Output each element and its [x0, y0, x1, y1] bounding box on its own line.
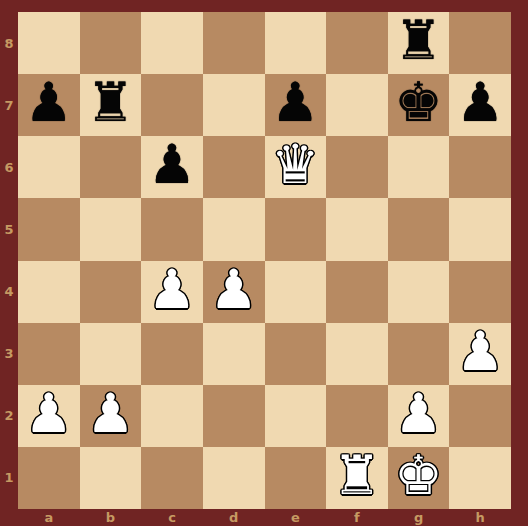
file-label-c: c [141, 509, 203, 526]
square-f7[interactable] [326, 74, 388, 136]
black-pawn-e7[interactable]: ♟ [271, 76, 319, 130]
square-f1[interactable]: ♜ [326, 447, 388, 509]
chess-board: ♜♟♜♟♚♟♟♛♟♟♟♟♟♟♜♚ [18, 12, 511, 509]
rank-label-3: 3 [0, 323, 18, 385]
square-c5[interactable] [141, 198, 203, 260]
square-g5[interactable] [388, 198, 450, 260]
square-g2[interactable]: ♟ [388, 385, 450, 447]
square-e6[interactable]: ♛ [265, 136, 327, 198]
square-h7[interactable]: ♟ [449, 74, 511, 136]
black-rook-b7[interactable]: ♜ [86, 76, 134, 130]
rank-label-8: 8 [0, 12, 18, 74]
square-b8[interactable] [80, 12, 142, 74]
black-pawn-a7[interactable]: ♟ [25, 76, 73, 130]
white-king-g1[interactable]: ♚ [394, 449, 442, 503]
square-g3[interactable] [388, 323, 450, 385]
square-f6[interactable] [326, 136, 388, 198]
square-b6[interactable] [80, 136, 142, 198]
square-d7[interactable] [203, 74, 265, 136]
square-a8[interactable] [18, 12, 80, 74]
white-pawn-d4[interactable]: ♟ [209, 263, 257, 317]
square-d2[interactable] [203, 385, 265, 447]
square-d8[interactable] [203, 12, 265, 74]
square-f8[interactable] [326, 12, 388, 74]
file-label-d: d [203, 509, 265, 526]
square-a4[interactable] [18, 261, 80, 323]
white-rook-f1[interactable]: ♜ [333, 449, 381, 503]
board-frame: 87654321 abcdefgh ♜♟♜♟♚♟♟♛♟♟♟♟♟♟♜♚ [0, 0, 528, 526]
black-pawn-h7[interactable]: ♟ [456, 76, 504, 130]
rank-labels: 87654321 [0, 12, 18, 509]
square-b1[interactable] [80, 447, 142, 509]
rank-label-4: 4 [0, 261, 18, 323]
rank-label-6: 6 [0, 136, 18, 198]
square-h5[interactable] [449, 198, 511, 260]
square-e8[interactable] [265, 12, 327, 74]
square-b4[interactable] [80, 261, 142, 323]
white-queen-e6[interactable]: ♛ [271, 138, 319, 192]
square-e1[interactable] [265, 447, 327, 509]
white-pawn-c4[interactable]: ♟ [148, 263, 196, 317]
square-c4[interactable]: ♟ [141, 261, 203, 323]
square-b3[interactable] [80, 323, 142, 385]
square-h1[interactable] [449, 447, 511, 509]
square-h3[interactable]: ♟ [449, 323, 511, 385]
white-pawn-h3[interactable]: ♟ [456, 325, 504, 379]
square-g1[interactable]: ♚ [388, 447, 450, 509]
square-g6[interactable] [388, 136, 450, 198]
square-a6[interactable] [18, 136, 80, 198]
black-rook-g8[interactable]: ♜ [394, 14, 442, 68]
square-g8[interactable]: ♜ [388, 12, 450, 74]
square-f5[interactable] [326, 198, 388, 260]
square-a5[interactable] [18, 198, 80, 260]
square-e4[interactable] [265, 261, 327, 323]
square-e7[interactable]: ♟ [265, 74, 327, 136]
square-c3[interactable] [141, 323, 203, 385]
black-pawn-c6[interactable]: ♟ [148, 138, 196, 192]
square-c1[interactable] [141, 447, 203, 509]
square-f3[interactable] [326, 323, 388, 385]
square-e3[interactable] [265, 323, 327, 385]
white-pawn-g2[interactable]: ♟ [394, 387, 442, 441]
square-c6[interactable]: ♟ [141, 136, 203, 198]
square-d1[interactable] [203, 447, 265, 509]
square-f2[interactable] [326, 385, 388, 447]
rank-label-2: 2 [0, 385, 18, 447]
square-a3[interactable] [18, 323, 80, 385]
file-label-e: e [265, 509, 327, 526]
file-label-a: a [18, 509, 80, 526]
square-d3[interactable] [203, 323, 265, 385]
square-c7[interactable] [141, 74, 203, 136]
square-c8[interactable] [141, 12, 203, 74]
square-d5[interactable] [203, 198, 265, 260]
square-a7[interactable]: ♟ [18, 74, 80, 136]
square-b2[interactable]: ♟ [80, 385, 142, 447]
file-label-f: f [326, 509, 388, 526]
square-a1[interactable] [18, 447, 80, 509]
rank-label-5: 5 [0, 198, 18, 260]
file-label-h: h [449, 509, 511, 526]
black-king-g7[interactable]: ♚ [394, 76, 442, 130]
square-h6[interactable] [449, 136, 511, 198]
file-label-g: g [388, 509, 450, 526]
square-b7[interactable]: ♜ [80, 74, 142, 136]
square-h8[interactable] [449, 12, 511, 74]
file-labels: abcdefgh [18, 509, 511, 526]
rank-label-1: 1 [0, 447, 18, 509]
square-h2[interactable] [449, 385, 511, 447]
white-pawn-a2[interactable]: ♟ [25, 387, 73, 441]
square-b5[interactable] [80, 198, 142, 260]
square-h4[interactable] [449, 261, 511, 323]
rank-label-7: 7 [0, 74, 18, 136]
square-e5[interactable] [265, 198, 327, 260]
square-a2[interactable]: ♟ [18, 385, 80, 447]
square-g4[interactable] [388, 261, 450, 323]
square-c2[interactable] [141, 385, 203, 447]
square-d6[interactable] [203, 136, 265, 198]
white-pawn-b2[interactable]: ♟ [86, 387, 134, 441]
square-f4[interactable] [326, 261, 388, 323]
square-d4[interactable]: ♟ [203, 261, 265, 323]
file-label-b: b [80, 509, 142, 526]
square-e2[interactable] [265, 385, 327, 447]
square-g7[interactable]: ♚ [388, 74, 450, 136]
